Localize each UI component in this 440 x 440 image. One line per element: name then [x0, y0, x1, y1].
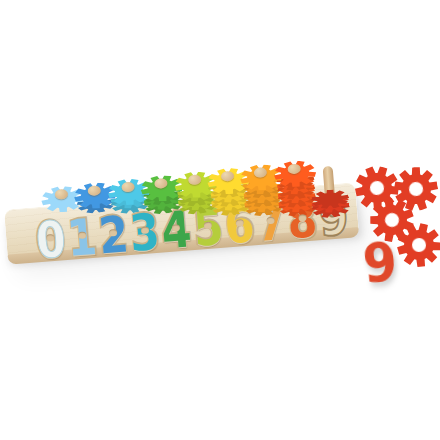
number-slot-1: 1 1: [62, 209, 102, 262]
finger-hole: [78, 231, 87, 239]
gear-center-hole: [369, 180, 385, 196]
gear-center-hole: [383, 211, 401, 229]
board-group: 0 0 1 1 2 2 3 3 4 4 5 5 6: [0, 124, 361, 281]
gear-center-hole: [408, 181, 424, 197]
peg-knob: [287, 163, 301, 174]
scene: 0 0 1 1 2 2 3 3 4 4 5 5 6: [0, 0, 440, 440]
loose-number-9-piece: 9: [355, 234, 404, 290]
finger-hole: [235, 219, 244, 227]
gear-center-hole: [412, 238, 427, 253]
